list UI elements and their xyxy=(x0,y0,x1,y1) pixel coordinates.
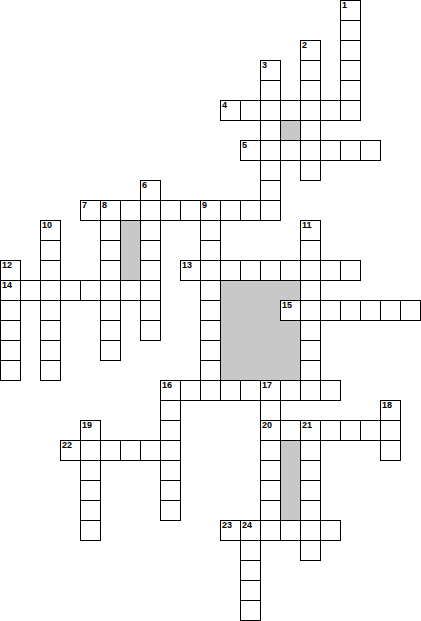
shaded-cell xyxy=(280,480,300,500)
shaded-cell xyxy=(240,360,260,380)
crossword-cell[interactable] xyxy=(300,280,321,301)
crossword-cell[interactable] xyxy=(40,260,61,281)
crossword-cell[interactable] xyxy=(240,200,261,221)
crossword-cell[interactable] xyxy=(240,100,261,121)
crossword-cell[interactable] xyxy=(100,280,121,301)
crossword-cell[interactable] xyxy=(300,140,321,161)
shaded-cell xyxy=(120,260,140,280)
shaded-cell xyxy=(280,320,300,340)
clue-number: 23 xyxy=(222,521,232,530)
crossword-cell[interactable] xyxy=(260,440,281,461)
shaded-cell xyxy=(280,120,300,140)
crossword-cell[interactable] xyxy=(300,380,321,401)
crossword-cell[interactable] xyxy=(300,520,321,541)
shaded-cell xyxy=(280,340,300,360)
crossword-cell[interactable] xyxy=(100,220,121,241)
crossword-cell[interactable]: 23 xyxy=(220,520,241,541)
crossword-cell[interactable] xyxy=(300,320,321,341)
crossword-cell[interactable] xyxy=(300,100,321,121)
crossword-cell[interactable] xyxy=(260,180,281,201)
crossword-cell[interactable] xyxy=(80,500,101,521)
crossword-cell[interactable]: 14 xyxy=(0,280,21,301)
clue-number: 10 xyxy=(42,221,52,230)
crossword-cell[interactable] xyxy=(80,440,101,461)
crossword-cell[interactable] xyxy=(300,300,321,321)
crossword-cell[interactable] xyxy=(120,440,141,461)
crossword-cell[interactable] xyxy=(340,20,361,41)
crossword-cell[interactable] xyxy=(40,240,61,261)
crossword-cell[interactable]: 1 xyxy=(340,0,361,21)
shaded-cell xyxy=(280,440,300,460)
crossword-cell[interactable] xyxy=(260,140,281,161)
crossword-cell[interactable] xyxy=(200,340,221,361)
crossword-cell[interactable] xyxy=(140,240,161,261)
crossword-cell[interactable] xyxy=(120,200,141,221)
crossword-cell[interactable]: 10 xyxy=(40,220,61,241)
crossword-cell[interactable] xyxy=(200,220,221,241)
crossword-cell[interactable] xyxy=(260,460,281,481)
crossword-cell[interactable] xyxy=(300,460,321,481)
clue-number: 12 xyxy=(2,261,12,270)
crossword-cell[interactable] xyxy=(140,220,161,241)
crossword-cell[interactable] xyxy=(140,320,161,341)
crossword-cell[interactable] xyxy=(320,380,341,401)
crossword-cell[interactable] xyxy=(160,500,181,521)
crossword-cell[interactable] xyxy=(100,440,121,461)
clue-number: 13 xyxy=(182,261,192,270)
crossword-cell[interactable] xyxy=(280,100,301,121)
crossword-cell[interactable] xyxy=(140,260,161,281)
crossword-cell[interactable] xyxy=(240,560,261,581)
crossword-cell[interactable]: 18 xyxy=(380,400,401,421)
shaded-cell xyxy=(220,280,240,300)
crossword-cell[interactable] xyxy=(320,300,341,321)
clue-number: 20 xyxy=(262,421,272,430)
crossword-cell[interactable] xyxy=(100,260,121,281)
crossword-cell[interactable] xyxy=(220,380,241,401)
crossword-cell[interactable]: 21 xyxy=(300,420,321,441)
clue-number: 17 xyxy=(262,381,272,390)
shaded-cell xyxy=(260,340,280,360)
shaded-cell xyxy=(120,240,140,260)
crossword-cell[interactable] xyxy=(300,120,321,141)
crossword-cell[interactable] xyxy=(200,280,221,301)
crossword-cell[interactable] xyxy=(220,260,241,281)
crossword-cell[interactable] xyxy=(400,300,421,321)
crossword-cell[interactable]: 2 xyxy=(300,40,321,61)
crossword-cell[interactable] xyxy=(100,240,121,261)
crossword-cell[interactable] xyxy=(80,460,101,481)
crossword-cell[interactable] xyxy=(300,360,321,381)
crossword-cell[interactable] xyxy=(340,60,361,81)
crossword-cell[interactable] xyxy=(300,60,321,81)
crossword-cell[interactable] xyxy=(300,80,321,101)
clue-number: 8 xyxy=(102,201,107,210)
crossword-cell[interactable] xyxy=(260,200,281,221)
crossword-cell[interactable] xyxy=(100,320,121,341)
crossword-cell[interactable] xyxy=(300,340,321,361)
crossword-cell[interactable]: 7 xyxy=(80,200,101,221)
crossword-cell[interactable] xyxy=(0,320,21,341)
crossword-cell[interactable] xyxy=(200,260,221,281)
clue-number: 19 xyxy=(82,421,92,430)
clue-number: 18 xyxy=(382,401,392,410)
crossword-cell[interactable] xyxy=(200,240,221,261)
shaded-cell xyxy=(220,360,240,380)
crossword-cell[interactable] xyxy=(320,140,341,161)
clue-number: 16 xyxy=(162,381,172,390)
crossword-cell[interactable] xyxy=(0,300,21,321)
crossword-cell[interactable]: 19 xyxy=(80,420,101,441)
crossword-cell[interactable] xyxy=(380,440,401,461)
crossword-cell[interactable] xyxy=(40,340,61,361)
shaded-cell xyxy=(220,320,240,340)
shaded-cell xyxy=(240,340,260,360)
crossword-cell[interactable] xyxy=(80,480,101,501)
crossword-cell[interactable] xyxy=(340,40,361,61)
clue-number: 24 xyxy=(242,521,252,530)
crossword-cell[interactable] xyxy=(120,280,141,301)
shaded-cell xyxy=(280,360,300,380)
shaded-cell xyxy=(260,360,280,380)
crossword-cell[interactable] xyxy=(300,540,321,561)
crossword-cell[interactable]: 11 xyxy=(300,220,321,241)
crossword-cell[interactable] xyxy=(260,80,281,101)
crossword-cell[interactable] xyxy=(260,520,281,541)
shaded-cell xyxy=(240,300,260,320)
crossword-board: 123456789101112131415161718192021222324 xyxy=(0,0,420,620)
crossword-cell[interactable] xyxy=(340,100,361,121)
crossword-cell[interactable] xyxy=(280,140,301,161)
crossword-cell[interactable] xyxy=(360,300,381,321)
clue-number: 5 xyxy=(242,141,247,150)
crossword-cell[interactable] xyxy=(380,300,401,321)
crossword-cell[interactable] xyxy=(160,200,181,221)
shaded-cell xyxy=(260,280,280,300)
crossword-cell[interactable]: 22 xyxy=(60,440,81,461)
crossword-cell[interactable] xyxy=(260,260,281,281)
crossword-cell[interactable]: 8 xyxy=(100,200,121,221)
crossword-cell[interactable] xyxy=(140,300,161,321)
clue-number: 9 xyxy=(202,201,207,210)
crossword-cell[interactable] xyxy=(300,240,321,261)
crossword-cell[interactable] xyxy=(380,420,401,441)
crossword-cell[interactable] xyxy=(340,80,361,101)
crossword-cell[interactable] xyxy=(240,580,261,601)
crossword-cell[interactable] xyxy=(300,260,321,281)
crossword-cell[interactable] xyxy=(300,440,321,461)
crossword-cell[interactable]: 5 xyxy=(240,140,261,161)
crossword-cell[interactable] xyxy=(160,460,181,481)
crossword-cell[interactable] xyxy=(40,300,61,321)
clue-number: 6 xyxy=(142,181,147,190)
crossword-cell[interactable] xyxy=(280,420,301,441)
shaded-cell xyxy=(240,320,260,340)
crossword-cell[interactable] xyxy=(140,200,161,221)
crossword-cell[interactable] xyxy=(360,140,381,161)
shaded-cell xyxy=(220,300,240,320)
crossword-cell[interactable] xyxy=(240,540,261,561)
crossword-cell[interactable] xyxy=(80,520,101,541)
shaded-cell xyxy=(280,460,300,480)
crossword-cell[interactable] xyxy=(260,160,281,181)
crossword-cell[interactable]: 16 xyxy=(160,380,181,401)
crossword-cell[interactable] xyxy=(100,340,121,361)
shaded-cell xyxy=(280,280,300,300)
clue-number: 22 xyxy=(62,441,72,450)
crossword-cell[interactable] xyxy=(0,340,21,361)
crossword-cell[interactable] xyxy=(300,500,321,521)
crossword-cell[interactable]: 4 xyxy=(220,100,241,121)
clue-number: 15 xyxy=(282,301,292,310)
crossword-cell[interactable]: 17 xyxy=(260,380,281,401)
crossword-cell[interactable] xyxy=(260,400,281,421)
crossword-cell[interactable] xyxy=(40,360,61,381)
crossword-cell[interactable] xyxy=(260,500,281,521)
crossword-cell[interactable] xyxy=(140,440,161,461)
shaded-cell xyxy=(280,500,300,520)
crossword-cell[interactable] xyxy=(340,140,361,161)
crossword-cell[interactable] xyxy=(200,360,221,381)
crossword-cell[interactable] xyxy=(260,120,281,141)
clue-number: 4 xyxy=(222,101,227,110)
shaded-cell xyxy=(220,340,240,360)
crossword-cell[interactable] xyxy=(160,480,181,501)
crossword-cell[interactable] xyxy=(40,280,61,301)
crossword-cell[interactable]: 24 xyxy=(240,520,261,541)
crossword-cell[interactable] xyxy=(160,420,181,441)
shaded-cell xyxy=(240,280,260,300)
crossword-cell[interactable] xyxy=(160,400,181,421)
crossword-cell[interactable] xyxy=(0,360,21,381)
crossword-cell[interactable] xyxy=(180,380,201,401)
crossword-cell[interactable] xyxy=(200,300,221,321)
clue-number: 2 xyxy=(302,41,307,50)
crossword-cell[interactable]: 13 xyxy=(180,260,201,281)
crossword-cell[interactable] xyxy=(240,260,261,281)
crossword-cell[interactable]: 12 xyxy=(0,260,21,281)
crossword-cell[interactable] xyxy=(220,200,241,221)
crossword-cell[interactable] xyxy=(280,520,301,541)
crossword-cell[interactable]: 9 xyxy=(200,200,221,221)
crossword-cell[interactable] xyxy=(140,280,161,301)
clue-number: 11 xyxy=(302,221,312,230)
crossword-cell[interactable]: 15 xyxy=(280,300,301,321)
crossword-cell[interactable]: 3 xyxy=(260,60,281,81)
crossword-cell[interactable]: 20 xyxy=(260,420,281,441)
crossword-cell[interactable]: 6 xyxy=(140,180,161,201)
crossword-page: 123456789101112131415161718192021222324 xyxy=(0,0,421,621)
crossword-cell[interactable] xyxy=(40,320,61,341)
crossword-cell[interactable] xyxy=(320,520,341,541)
clue-number: 7 xyxy=(82,201,87,210)
crossword-cell[interactable] xyxy=(340,420,361,441)
crossword-cell[interactable] xyxy=(320,100,341,121)
crossword-cell[interactable] xyxy=(300,160,321,181)
crossword-cell[interactable] xyxy=(360,420,381,441)
shaded-cell xyxy=(120,220,140,240)
clue-number: 3 xyxy=(262,61,267,70)
crossword-cell[interactable] xyxy=(260,480,281,501)
crossword-cell[interactable] xyxy=(320,260,341,281)
crossword-cell[interactable] xyxy=(200,320,221,341)
crossword-cell[interactable] xyxy=(20,280,41,301)
crossword-cell[interactable] xyxy=(340,260,361,281)
crossword-cell[interactable] xyxy=(340,300,361,321)
crossword-cell[interactable] xyxy=(280,380,301,401)
clue-number: 14 xyxy=(2,281,12,290)
crossword-cell[interactable] xyxy=(160,440,181,461)
crossword-cell[interactable] xyxy=(60,280,81,301)
crossword-cell[interactable] xyxy=(100,300,121,321)
clue-number: 1 xyxy=(342,1,347,10)
crossword-cell[interactable] xyxy=(200,380,221,401)
crossword-cell[interactable] xyxy=(180,200,201,221)
crossword-cell[interactable] xyxy=(300,480,321,501)
crossword-cell[interactable] xyxy=(240,600,261,621)
crossword-cell[interactable] xyxy=(240,380,261,401)
crossword-cell[interactable] xyxy=(320,420,341,441)
crossword-cell[interactable] xyxy=(260,100,281,121)
shaded-cell xyxy=(260,300,280,320)
crossword-cell[interactable] xyxy=(80,280,101,301)
crossword-cell[interactable] xyxy=(280,260,301,281)
clue-number: 21 xyxy=(302,421,312,430)
shaded-cell xyxy=(260,320,280,340)
